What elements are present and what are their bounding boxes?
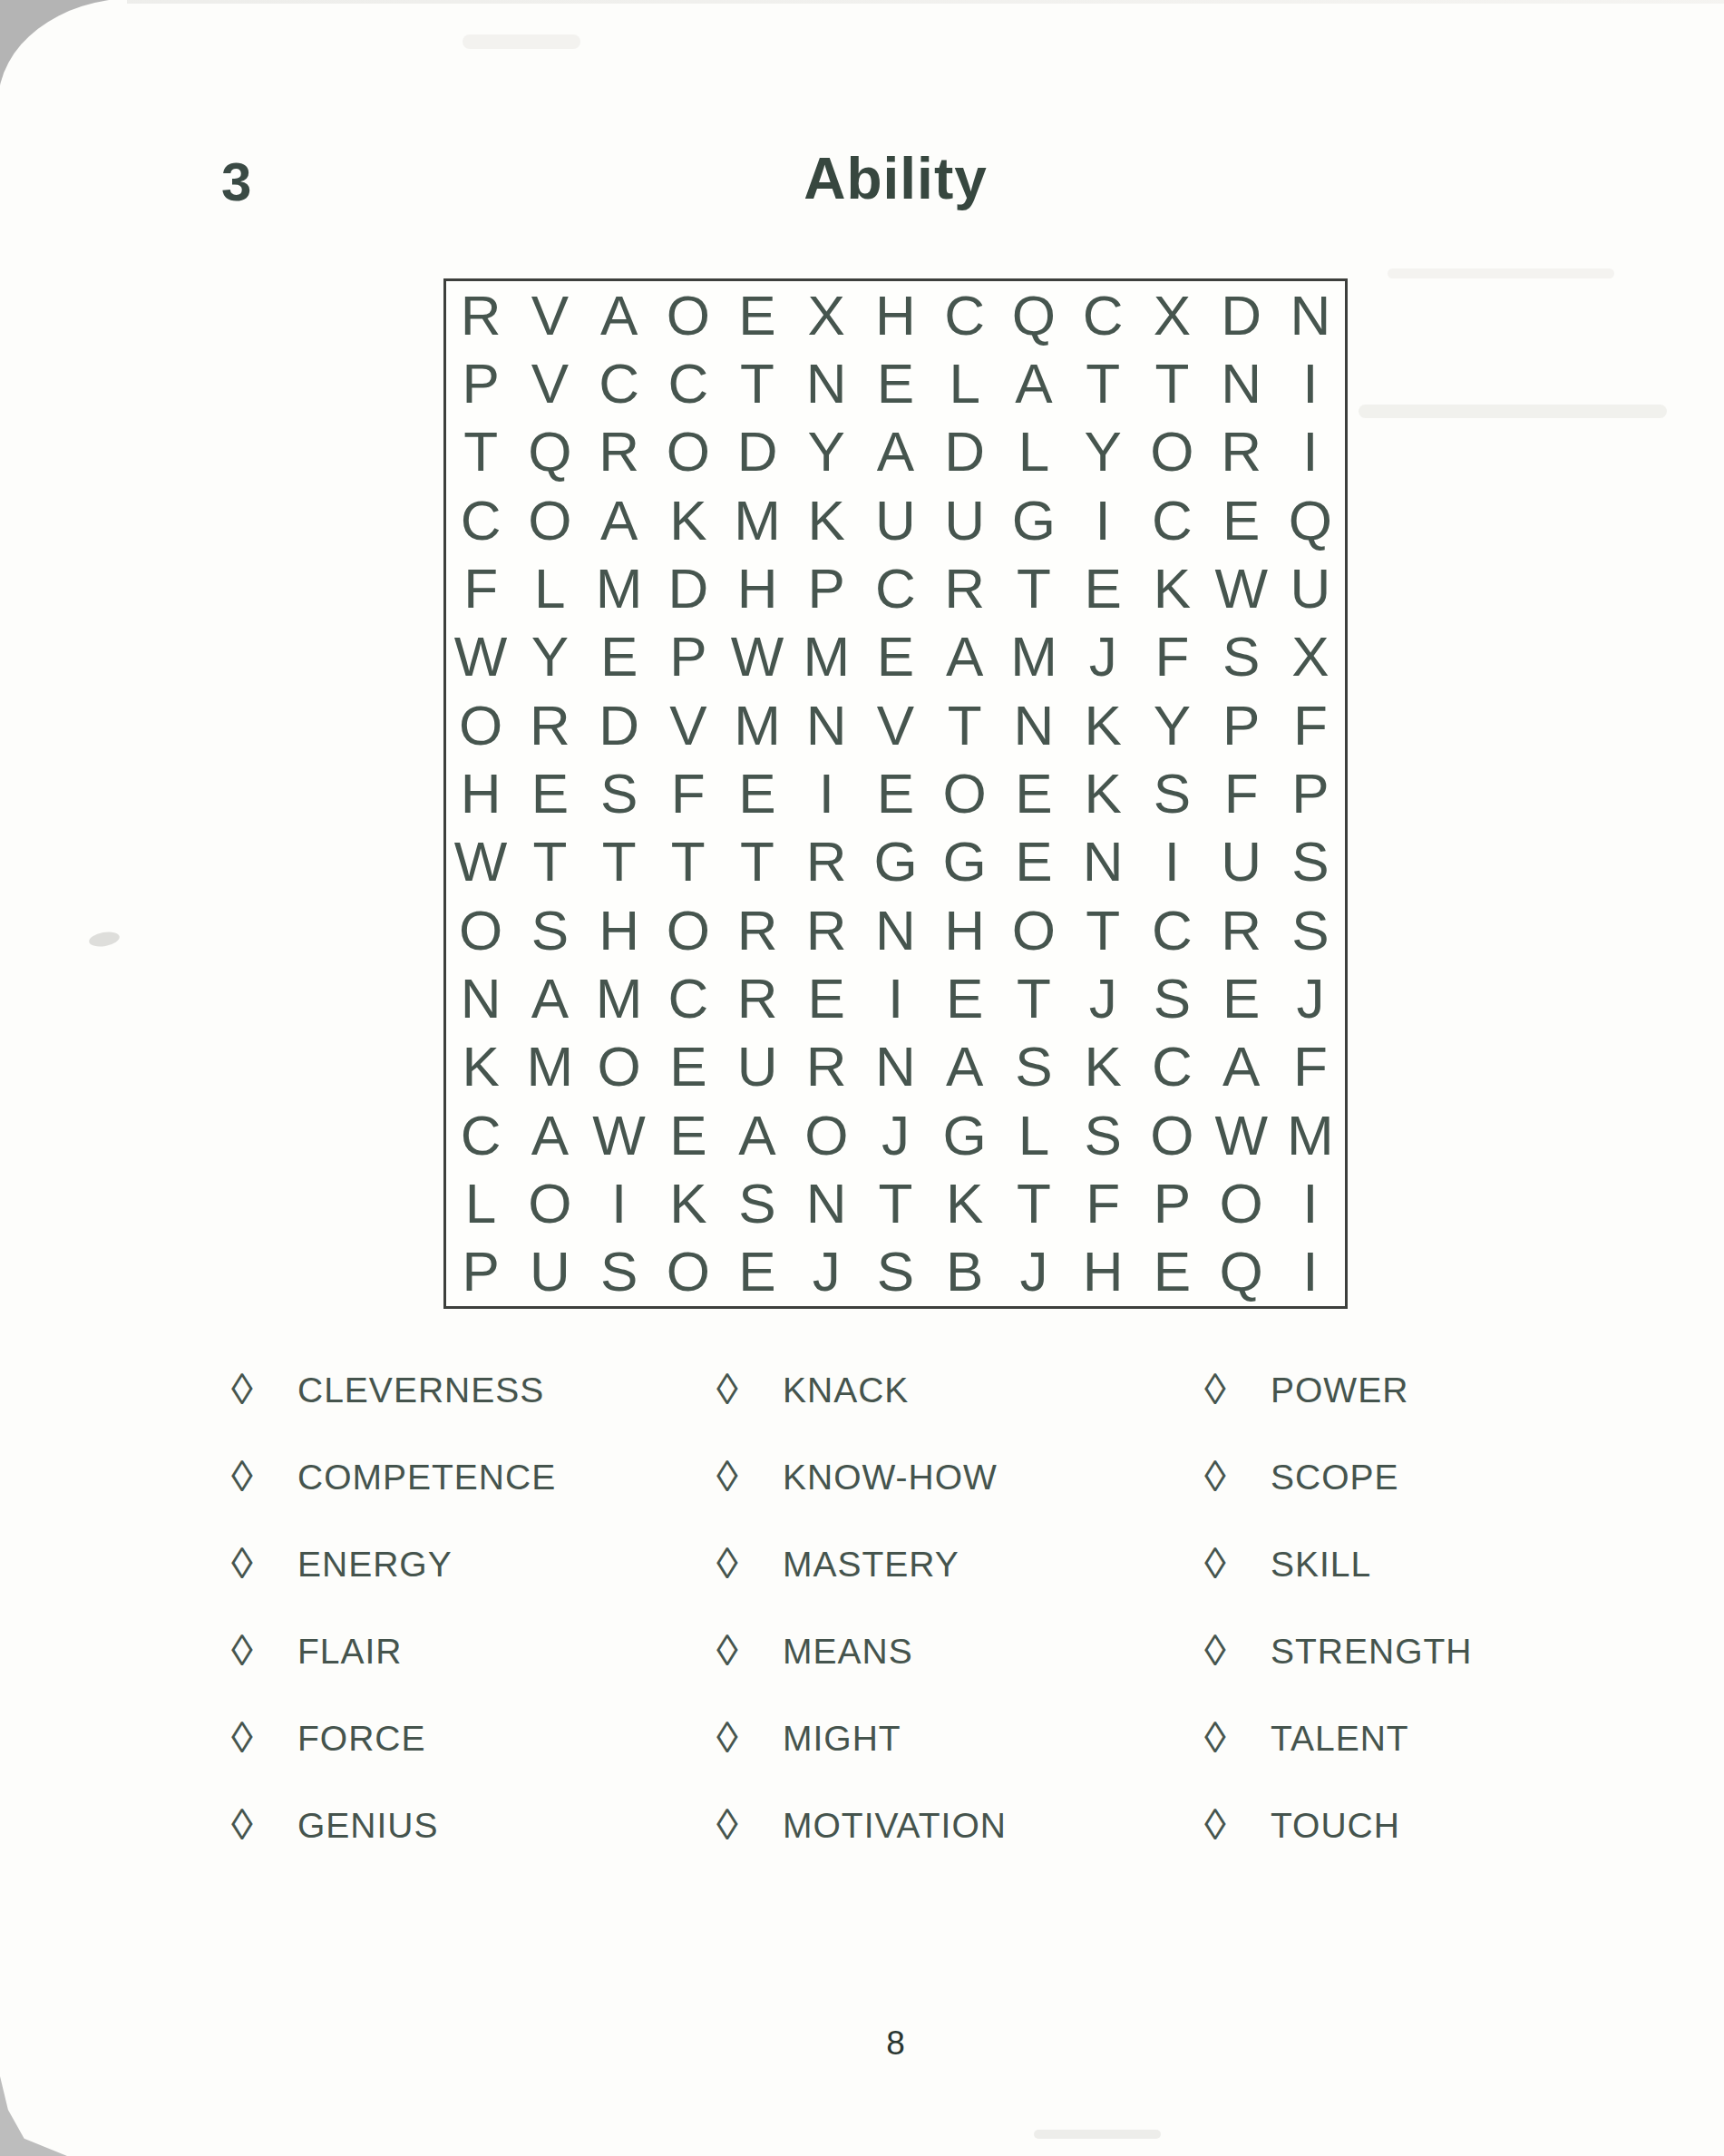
cell-r15c7[interactable]: S — [861, 1238, 930, 1306]
diamond-bullet-icon: ◊ — [716, 1368, 783, 1411]
cell-r7c6[interactable]: N — [792, 691, 861, 759]
cell-r9c10[interactable]: N — [1068, 828, 1137, 896]
cell-r7c2[interactable]: R — [515, 691, 584, 759]
cell-r15c9[interactable]: J — [999, 1238, 1068, 1306]
cell-r5c10[interactable]: E — [1068, 554, 1137, 622]
cell-r10c2[interactable]: S — [515, 896, 584, 964]
word-item: ◊MEANS — [716, 1607, 1007, 1694]
word-item: ◊FORCE — [231, 1694, 556, 1781]
cell-r7c8[interactable]: T — [930, 691, 999, 759]
cell-r8c6[interactable]: I — [792, 759, 861, 827]
cell-r11c8[interactable]: E — [930, 964, 999, 1032]
word-label: KNOW-HOW — [783, 1459, 998, 1495]
cell-r6c12[interactable]: S — [1207, 623, 1276, 691]
scan-top-edge — [127, 0, 1724, 4]
cell-r12c13[interactable]: F — [1276, 1033, 1345, 1101]
word-item: ◊MASTERY — [716, 1520, 1007, 1607]
cell-r12c8[interactable]: A — [930, 1033, 999, 1101]
cell-r6c8[interactable]: A — [930, 623, 999, 691]
cell-r13c11[interactable]: O — [1137, 1101, 1206, 1169]
word-label: ENERGY — [297, 1546, 453, 1582]
scan-streak — [1388, 268, 1614, 278]
word-column-2: ◊KNACK◊KNOW-HOW◊MASTERY◊MEANS◊MIGHT◊MOTI… — [716, 1346, 1007, 1868]
cell-r13c4[interactable]: E — [654, 1101, 723, 1169]
scan-smudge — [1034, 2130, 1161, 2139]
cell-r15c2[interactable]: U — [515, 1238, 584, 1306]
cell-r14c2[interactable]: O — [515, 1169, 584, 1237]
cell-r12c4[interactable]: E — [654, 1033, 723, 1101]
word-item: ◊TALENT — [1204, 1694, 1473, 1781]
letter-grid: RVAOEXHCQCXDNPVCCTNELATTNITQRODYADLYORIC… — [443, 278, 1348, 1309]
cell-r7c10[interactable]: K — [1068, 691, 1137, 759]
cell-r6c7[interactable]: E — [861, 623, 930, 691]
page-number: 8 — [443, 2024, 1348, 2063]
cell-r6c9[interactable]: M — [999, 623, 1068, 691]
cell-r5c5[interactable]: H — [723, 554, 792, 622]
cell-r15c5[interactable]: E — [723, 1238, 792, 1306]
cell-r3c6[interactable]: Y — [792, 418, 861, 486]
cell-r7c12[interactable]: P — [1207, 691, 1276, 759]
cell-r1c6[interactable]: X — [792, 281, 861, 349]
cell-r12c6[interactable]: R — [792, 1033, 861, 1101]
cell-r2c6[interactable]: N — [792, 349, 861, 417]
cell-r9c9[interactable]: E — [999, 828, 1068, 896]
cell-r4c2[interactable]: O — [515, 486, 584, 554]
cell-r7c11[interactable]: Y — [1137, 691, 1206, 759]
cell-r2c7[interactable]: E — [861, 349, 930, 417]
cell-r8c11[interactable]: S — [1137, 759, 1206, 827]
cell-r2c5[interactable]: T — [723, 349, 792, 417]
cell-r7c7[interactable]: V — [861, 691, 930, 759]
cell-r9c2[interactable]: T — [515, 828, 584, 896]
word-label: SKILL — [1271, 1546, 1371, 1582]
cell-r1c11[interactable]: X — [1137, 281, 1206, 349]
word-label: POWER — [1271, 1372, 1408, 1408]
cell-r6c6[interactable]: M — [792, 623, 861, 691]
cell-r15c8[interactable]: B — [930, 1238, 999, 1306]
cell-r11c12[interactable]: E — [1207, 964, 1276, 1032]
cell-r11c9[interactable]: T — [999, 964, 1068, 1032]
cell-r8c5[interactable]: E — [723, 759, 792, 827]
cell-r14c6[interactable]: N — [792, 1169, 861, 1237]
cell-r1c1[interactable]: R — [446, 281, 515, 349]
cell-r4c3[interactable]: A — [584, 486, 653, 554]
cell-r15c1[interactable]: P — [446, 1238, 515, 1306]
puzzle-number: 3 — [221, 151, 251, 213]
cell-r6c10[interactable]: J — [1068, 623, 1137, 691]
scan-smudge — [88, 930, 121, 949]
cell-r1c4[interactable]: O — [654, 281, 723, 349]
cell-r8c1[interactable]: H — [446, 759, 515, 827]
cell-r4c4[interactable]: K — [654, 486, 723, 554]
diamond-bullet-icon: ◊ — [716, 1803, 783, 1847]
cell-r7c1[interactable]: O — [446, 691, 515, 759]
cell-r14c11[interactable]: P — [1137, 1169, 1206, 1237]
cell-r11c1[interactable]: N — [446, 964, 515, 1032]
cell-r14c13[interactable]: I — [1276, 1169, 1345, 1237]
cell-r4c9[interactable]: G — [999, 486, 1068, 554]
word-label: TOUCH — [1271, 1808, 1400, 1843]
cell-r7c5[interactable]: M — [723, 691, 792, 759]
cell-r12c3[interactable]: O — [584, 1033, 653, 1101]
cell-r8c8[interactable]: O — [930, 759, 999, 827]
scan-smudge — [463, 34, 580, 49]
diamond-bullet-icon: ◊ — [1204, 1803, 1271, 1847]
cell-r6c1[interactable]: W — [446, 623, 515, 691]
diamond-bullet-icon: ◊ — [231, 1716, 297, 1760]
cell-r3c10[interactable]: Y — [1068, 418, 1137, 486]
cell-r1c9[interactable]: Q — [999, 281, 1068, 349]
cell-r2c2[interactable]: V — [515, 349, 584, 417]
word-column-1: ◊CLEVERNESS◊COMPETENCE◊ENERGY◊FLAIR◊FORC… — [231, 1346, 556, 1868]
cell-r14c5[interactable]: S — [723, 1169, 792, 1237]
cell-r3c9[interactable]: L — [999, 418, 1068, 486]
cell-r8c3[interactable]: S — [584, 759, 653, 827]
cell-r10c10[interactable]: T — [1068, 896, 1137, 964]
cell-r3c5[interactable]: D — [723, 418, 792, 486]
word-label: GENIUS — [297, 1808, 439, 1843]
word-label: COMPETENCE — [297, 1459, 556, 1495]
cell-r3c2[interactable]: Q — [515, 418, 584, 486]
cell-r13c12[interactable]: W — [1207, 1101, 1276, 1169]
cell-r11c10[interactable]: J — [1068, 964, 1137, 1032]
cell-r5c7[interactable]: C — [861, 554, 930, 622]
cell-r2c12[interactable]: N — [1207, 349, 1276, 417]
cell-r9c3[interactable]: T — [584, 828, 653, 896]
cell-r1c5[interactable]: E — [723, 281, 792, 349]
cell-r10c4[interactable]: O — [654, 896, 723, 964]
cell-r2c4[interactable]: C — [654, 349, 723, 417]
cell-r5c3[interactable]: M — [584, 554, 653, 622]
cell-r12c11[interactable]: C — [1137, 1033, 1206, 1101]
diamond-bullet-icon: ◊ — [231, 1542, 297, 1585]
cell-r11c13[interactable]: J — [1276, 964, 1345, 1032]
cell-r12c2[interactable]: M — [515, 1033, 584, 1101]
word-label: KNACK — [783, 1372, 909, 1408]
diamond-bullet-icon: ◊ — [1204, 1455, 1271, 1498]
word-label: TALENT — [1271, 1721, 1409, 1756]
cell-r5c9[interactable]: T — [999, 554, 1068, 622]
cell-r9c1[interactable]: W — [446, 828, 515, 896]
word-item: ◊MOTIVATION — [716, 1781, 1007, 1868]
cell-r12c12[interactable]: A — [1207, 1033, 1276, 1101]
cell-r15c13[interactable]: I — [1276, 1238, 1345, 1306]
word-item: ◊SKILL — [1204, 1520, 1473, 1607]
cell-r10c8[interactable]: H — [930, 896, 999, 964]
cell-r15c11[interactable]: E — [1137, 1238, 1206, 1306]
cell-r3c7[interactable]: A — [861, 418, 930, 486]
cell-r14c10[interactable]: F — [1068, 1169, 1137, 1237]
cell-r9c6[interactable]: R — [792, 828, 861, 896]
diamond-bullet-icon: ◊ — [1204, 1542, 1271, 1585]
cell-r14c3[interactable]: I — [584, 1169, 653, 1237]
cell-r13c10[interactable]: S — [1068, 1101, 1137, 1169]
cell-r2c10[interactable]: T — [1068, 349, 1137, 417]
word-label: CLEVERNESS — [297, 1372, 544, 1408]
cell-r6c11[interactable]: F — [1137, 623, 1206, 691]
cell-r1c2[interactable]: V — [515, 281, 584, 349]
cell-r13c1[interactable]: C — [446, 1101, 515, 1169]
cell-r9c5[interactable]: T — [723, 828, 792, 896]
cell-r13c7[interactable]: J — [861, 1101, 930, 1169]
cell-r3c12[interactable]: R — [1207, 418, 1276, 486]
cell-r2c9[interactable]: A — [999, 349, 1068, 417]
cell-r5c12[interactable]: W — [1207, 554, 1276, 622]
cell-r1c7[interactable]: H — [861, 281, 930, 349]
cell-r12c7[interactable]: N — [861, 1033, 930, 1101]
cell-r7c9[interactable]: N — [999, 691, 1068, 759]
scan-streak — [1359, 405, 1667, 418]
word-label: MASTERY — [783, 1546, 959, 1582]
cell-r15c6[interactable]: J — [792, 1238, 861, 1306]
cell-r14c9[interactable]: T — [999, 1169, 1068, 1237]
cell-r7c4[interactable]: V — [654, 691, 723, 759]
cell-r5c8[interactable]: R — [930, 554, 999, 622]
cell-r8c9[interactable]: E — [999, 759, 1068, 827]
cell-r15c10[interactable]: H — [1068, 1238, 1137, 1306]
cell-r15c4[interactable]: O — [654, 1238, 723, 1306]
cell-r10c11[interactable]: C — [1137, 896, 1206, 964]
cell-r1c3[interactable]: A — [584, 281, 653, 349]
cell-r9c12[interactable]: U — [1207, 828, 1276, 896]
word-item: ◊CLEVERNESS — [231, 1346, 556, 1433]
word-label: FLAIR — [297, 1634, 403, 1669]
cell-r6c4[interactable]: P — [654, 623, 723, 691]
cell-r5c11[interactable]: K — [1137, 554, 1206, 622]
cell-r2c8[interactable]: L — [930, 349, 999, 417]
cell-r14c8[interactable]: K — [930, 1169, 999, 1237]
cell-r8c12[interactable]: F — [1207, 759, 1276, 827]
cell-r5c13[interactable]: U — [1276, 554, 1345, 622]
word-label: MOTIVATION — [783, 1808, 1007, 1843]
cell-r7c3[interactable]: D — [584, 691, 653, 759]
puzzle-title: Ability — [443, 145, 1348, 212]
word-label: MIGHT — [783, 1721, 901, 1756]
cell-r13c9[interactable]: L — [999, 1101, 1068, 1169]
cell-r3c4[interactable]: O — [654, 418, 723, 486]
cell-r3c8[interactable]: D — [930, 418, 999, 486]
diamond-bullet-icon: ◊ — [1204, 1368, 1271, 1411]
cell-r13c8[interactable]: G — [930, 1101, 999, 1169]
cell-r12c10[interactable]: K — [1068, 1033, 1137, 1101]
cell-r9c8[interactable]: G — [930, 828, 999, 896]
cell-r13c2[interactable]: A — [515, 1101, 584, 1169]
diamond-bullet-icon: ◊ — [716, 1455, 783, 1498]
cell-r4c12[interactable]: E — [1207, 486, 1276, 554]
cell-r11c7[interactable]: I — [861, 964, 930, 1032]
word-item: ◊GENIUS — [231, 1781, 556, 1868]
cell-r8c2[interactable]: E — [515, 759, 584, 827]
scan-corner-top-left — [0, 0, 136, 105]
cell-r13c13[interactable]: M — [1276, 1101, 1345, 1169]
word-label: MEANS — [783, 1634, 913, 1669]
cell-r2c13[interactable]: I — [1276, 349, 1345, 417]
cell-r9c4[interactable]: T — [654, 828, 723, 896]
cell-r6c2[interactable]: Y — [515, 623, 584, 691]
scan-corner-bottom-left — [0, 2076, 67, 2156]
scanned-puzzle-page: { "game": "word-search", "header": { "pu… — [0, 0, 1724, 2156]
word-item: ◊MIGHT — [716, 1694, 1007, 1781]
cell-r11c11[interactable]: S — [1137, 964, 1206, 1032]
cell-r6c13[interactable]: X — [1276, 623, 1345, 691]
word-item: ◊SCOPE — [1204, 1433, 1473, 1520]
word-item: ◊STRENGTH — [1204, 1607, 1473, 1694]
cell-r3c13[interactable]: I — [1276, 418, 1345, 486]
cell-r10c3[interactable]: H — [584, 896, 653, 964]
cell-r6c3[interactable]: E — [584, 623, 653, 691]
diamond-bullet-icon: ◊ — [231, 1455, 297, 1498]
diamond-bullet-icon: ◊ — [716, 1542, 783, 1585]
cell-r13c5[interactable]: A — [723, 1101, 792, 1169]
diamond-bullet-icon: ◊ — [231, 1368, 297, 1411]
word-item: ◊KNACK — [716, 1346, 1007, 1433]
cell-r14c1[interactable]: L — [446, 1169, 515, 1237]
word-column-3: ◊POWER◊SCOPE◊SKILL◊STRENGTH◊TALENT◊TOUCH — [1204, 1346, 1473, 1868]
cell-r9c13[interactable]: S — [1276, 828, 1345, 896]
diamond-bullet-icon: ◊ — [231, 1803, 297, 1847]
cell-r11c4[interactable]: C — [654, 964, 723, 1032]
cell-r4c8[interactable]: U — [930, 486, 999, 554]
cell-r11c2[interactable]: A — [515, 964, 584, 1032]
cell-r1c13[interactable]: N — [1276, 281, 1345, 349]
cell-r4c5[interactable]: M — [723, 486, 792, 554]
cell-r4c13[interactable]: Q — [1276, 486, 1345, 554]
cell-r12c9[interactable]: S — [999, 1033, 1068, 1101]
cell-r4c6[interactable]: K — [792, 486, 861, 554]
diamond-bullet-icon: ◊ — [716, 1629, 783, 1673]
cell-r5c6[interactable]: P — [792, 554, 861, 622]
cell-r4c1[interactable]: C — [446, 486, 515, 554]
word-item: ◊ENERGY — [231, 1520, 556, 1607]
word-item: ◊FLAIR — [231, 1607, 556, 1694]
cell-r3c3[interactable]: R — [584, 418, 653, 486]
diamond-bullet-icon: ◊ — [231, 1629, 297, 1673]
cell-r2c1[interactable]: P — [446, 349, 515, 417]
cell-r10c6[interactable]: R — [792, 896, 861, 964]
word-label: FORCE — [297, 1721, 426, 1756]
cell-r4c7[interactable]: U — [861, 486, 930, 554]
cell-r8c10[interactable]: K — [1068, 759, 1137, 827]
cell-r11c5[interactable]: R — [723, 964, 792, 1032]
cell-r14c12[interactable]: O — [1207, 1169, 1276, 1237]
cell-r15c3[interactable]: S — [584, 1238, 653, 1306]
word-label: SCOPE — [1271, 1459, 1399, 1495]
cell-r6c5[interactable]: W — [723, 623, 792, 691]
cell-r10c9[interactable]: O — [999, 896, 1068, 964]
cell-r10c12[interactable]: R — [1207, 896, 1276, 964]
cell-r1c10[interactable]: C — [1068, 281, 1137, 349]
cell-r8c13[interactable]: P — [1276, 759, 1345, 827]
cell-r10c13[interactable]: S — [1276, 896, 1345, 964]
cell-r10c7[interactable]: N — [861, 896, 930, 964]
cell-r5c1[interactable]: F — [446, 554, 515, 622]
cell-r14c7[interactable]: T — [861, 1169, 930, 1237]
cell-r5c4[interactable]: D — [654, 554, 723, 622]
cell-r9c7[interactable]: G — [861, 828, 930, 896]
cell-r8c4[interactable]: F — [654, 759, 723, 827]
cell-r4c11[interactable]: C — [1137, 486, 1206, 554]
cell-r15c12[interactable]: Q — [1207, 1238, 1276, 1306]
diamond-bullet-icon: ◊ — [1204, 1629, 1271, 1673]
cell-r10c1[interactable]: O — [446, 896, 515, 964]
cell-r11c6[interactable]: E — [792, 964, 861, 1032]
cell-r10c5[interactable]: R — [723, 896, 792, 964]
diamond-bullet-icon: ◊ — [716, 1716, 783, 1760]
cell-r13c6[interactable]: O — [792, 1101, 861, 1169]
word-item: ◊TOUCH — [1204, 1781, 1473, 1868]
word-item: ◊KNOW-HOW — [716, 1433, 1007, 1520]
cell-r2c11[interactable]: T — [1137, 349, 1206, 417]
cell-r12c5[interactable]: U — [723, 1033, 792, 1101]
cell-r14c4[interactable]: K — [654, 1169, 723, 1237]
cell-r3c1[interactable]: T — [446, 418, 515, 486]
word-item: ◊POWER — [1204, 1346, 1473, 1433]
cell-r2c3[interactable]: C — [584, 349, 653, 417]
word-label: STRENGTH — [1271, 1634, 1473, 1669]
cell-r11c3[interactable]: M — [584, 964, 653, 1032]
diamond-bullet-icon: ◊ — [1204, 1716, 1271, 1760]
cell-r5c2[interactable]: L — [515, 554, 584, 622]
cell-r13c3[interactable]: W — [584, 1101, 653, 1169]
cell-r4c10[interactable]: I — [1068, 486, 1137, 554]
cell-r3c11[interactable]: O — [1137, 418, 1206, 486]
cell-r1c12[interactable]: D — [1207, 281, 1276, 349]
cell-r12c1[interactable]: K — [446, 1033, 515, 1101]
word-item: ◊COMPETENCE — [231, 1433, 556, 1520]
cell-r9c11[interactable]: I — [1137, 828, 1206, 896]
cell-r7c13[interactable]: F — [1276, 691, 1345, 759]
cell-r8c7[interactable]: E — [861, 759, 930, 827]
cell-r1c8[interactable]: C — [930, 281, 999, 349]
